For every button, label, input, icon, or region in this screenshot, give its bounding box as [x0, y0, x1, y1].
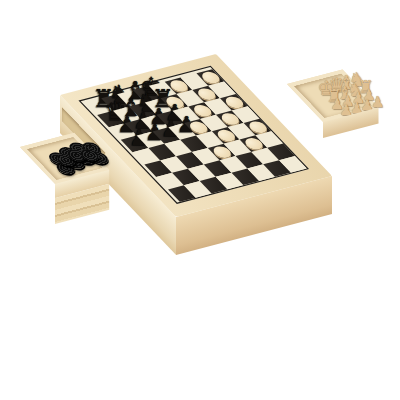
product-photo: ♚♛♝♞♜♝♞♜♟♟♟♟♟♟♟♟ ♜♞♝♚♛♝♞♜♟♟♟♟♟♟♟♟: [0, 0, 400, 400]
